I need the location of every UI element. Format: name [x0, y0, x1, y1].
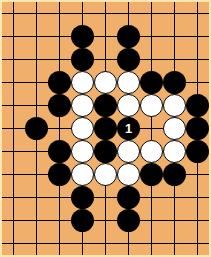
- board-intersection[interactable]: [48, 2, 71, 25]
- board-intersection[interactable]: [71, 25, 94, 48]
- board-intersection[interactable]: [71, 2, 94, 25]
- board-intersection[interactable]: [71, 48, 94, 71]
- white-stone: [117, 163, 140, 186]
- board-intersection[interactable]: [163, 48, 186, 71]
- board-intersection[interactable]: [48, 25, 71, 48]
- board-intersection[interactable]: [25, 94, 48, 117]
- board-intersection[interactable]: [163, 94, 186, 117]
- board-intersection[interactable]: [186, 48, 209, 71]
- board-intersection[interactable]: [2, 48, 25, 71]
- board-intersection[interactable]: [48, 71, 71, 94]
- black-stone: [71, 48, 94, 71]
- board-intersection[interactable]: [71, 209, 94, 232]
- board-intersection[interactable]: [25, 209, 48, 232]
- board-intersection[interactable]: [186, 25, 209, 48]
- board-intersection[interactable]: [186, 2, 209, 25]
- board-intersection[interactable]: [71, 232, 94, 255]
- board-intersection[interactable]: [25, 2, 48, 25]
- board-intersection[interactable]: [94, 232, 117, 255]
- board-intersection[interactable]: [94, 163, 117, 186]
- board-intersection[interactable]: [2, 25, 25, 48]
- white-stone: [140, 94, 163, 117]
- board-intersection[interactable]: [71, 71, 94, 94]
- board-intersection[interactable]: [48, 186, 71, 209]
- black-stone: [186, 94, 209, 117]
- board-intersection[interactable]: [2, 209, 25, 232]
- board-intersection[interactable]: [48, 232, 71, 255]
- white-stone: [117, 71, 140, 94]
- board-intersection[interactable]: [163, 71, 186, 94]
- board-intersection[interactable]: [163, 163, 186, 186]
- board-intersection[interactable]: [186, 232, 209, 255]
- board-intersection[interactable]: [2, 2, 25, 25]
- black-stone: [140, 71, 163, 94]
- board-intersection[interactable]: [71, 163, 94, 186]
- board-intersection[interactable]: [140, 232, 163, 255]
- board-intersection[interactable]: [2, 71, 25, 94]
- white-stone: [140, 140, 163, 163]
- marked-black-stone: 1: [117, 117, 140, 140]
- board-intersection[interactable]: [117, 2, 140, 25]
- board-intersection[interactable]: [163, 209, 186, 232]
- board-intersection[interactable]: [186, 186, 209, 209]
- black-stone: [94, 94, 117, 117]
- board-intersection[interactable]: [163, 25, 186, 48]
- white-stone: [94, 163, 117, 186]
- white-stone: [117, 140, 140, 163]
- board-intersection[interactable]: [2, 163, 25, 186]
- black-stone: [48, 140, 71, 163]
- black-stone: [117, 25, 140, 48]
- board-intersection[interactable]: [117, 232, 140, 255]
- board-intersection[interactable]: [2, 140, 25, 163]
- board-intersection[interactable]: [48, 94, 71, 117]
- board-intersection[interactable]: [94, 94, 117, 117]
- board-intersection[interactable]: [94, 186, 117, 209]
- board-intersection[interactable]: 1: [117, 117, 140, 140]
- black-stone: [117, 186, 140, 209]
- black-stone: [163, 163, 186, 186]
- board-intersection[interactable]: [71, 94, 94, 117]
- board-intersection[interactable]: [94, 140, 117, 163]
- board-intersection[interactable]: [25, 163, 48, 186]
- black-stone: [48, 71, 71, 94]
- board-intersection[interactable]: [94, 117, 117, 140]
- black-stone: [71, 186, 94, 209]
- go-board-frame: 1: [0, 0, 211, 257]
- board-intersection[interactable]: [25, 117, 48, 140]
- board-intersection[interactable]: [48, 209, 71, 232]
- go-board: 1: [2, 2, 209, 255]
- board-intersection[interactable]: [117, 163, 140, 186]
- board-intersection[interactable]: [94, 25, 117, 48]
- black-stone: [117, 48, 140, 71]
- black-stone: [163, 71, 186, 94]
- board-intersection[interactable]: [2, 186, 25, 209]
- board-intersection[interactable]: [2, 94, 25, 117]
- board-intersection[interactable]: [140, 94, 163, 117]
- board-intersection[interactable]: [48, 117, 71, 140]
- board-intersection[interactable]: [140, 209, 163, 232]
- move-number-label: 1: [125, 122, 132, 135]
- board-intersection[interactable]: [140, 163, 163, 186]
- black-stone: [71, 209, 94, 232]
- board-intersection[interactable]: [186, 140, 209, 163]
- board-intersection[interactable]: [117, 186, 140, 209]
- board-intersection[interactable]: [2, 232, 25, 255]
- board-intersection[interactable]: [94, 48, 117, 71]
- board-intersection[interactable]: [140, 117, 163, 140]
- board-intersection[interactable]: [186, 209, 209, 232]
- white-stone: [94, 71, 117, 94]
- black-stone: [186, 117, 209, 140]
- board-intersection[interactable]: [186, 94, 209, 117]
- board-intersection[interactable]: [117, 25, 140, 48]
- white-stone: [71, 163, 94, 186]
- black-stone: [48, 94, 71, 117]
- board-intersection[interactable]: [140, 2, 163, 25]
- board-intersection[interactable]: [94, 2, 117, 25]
- black-stone: [94, 117, 117, 140]
- board-intersection[interactable]: [25, 140, 48, 163]
- white-stone: [163, 117, 186, 140]
- white-stone: [117, 94, 140, 117]
- white-stone: [71, 117, 94, 140]
- board-intersection[interactable]: [117, 94, 140, 117]
- board-intersection[interactable]: [25, 48, 48, 71]
- board-intersection[interactable]: [163, 186, 186, 209]
- white-stone: [71, 94, 94, 117]
- board-intersection[interactable]: [71, 140, 94, 163]
- board-intersection[interactable]: [186, 117, 209, 140]
- board-intersection[interactable]: [140, 186, 163, 209]
- black-stone: [117, 209, 140, 232]
- board-intersection[interactable]: [140, 71, 163, 94]
- board-intersection[interactable]: [186, 71, 209, 94]
- black-stone: [48, 163, 71, 186]
- black-stone: [71, 25, 94, 48]
- board-intersection[interactable]: [140, 25, 163, 48]
- board-intersection[interactable]: [94, 71, 117, 94]
- board-intersection[interactable]: [163, 2, 186, 25]
- board-intersection[interactable]: [117, 71, 140, 94]
- black-stone: [140, 163, 163, 186]
- board-intersection[interactable]: [2, 117, 25, 140]
- board-intersection[interactable]: [25, 232, 48, 255]
- board-intersection[interactable]: [163, 140, 186, 163]
- white-stone: [71, 140, 94, 163]
- board-intersection[interactable]: [48, 163, 71, 186]
- board-intersection[interactable]: [25, 186, 48, 209]
- board-intersection[interactable]: [163, 117, 186, 140]
- board-intersection[interactable]: [71, 186, 94, 209]
- board-intersection[interactable]: [25, 71, 48, 94]
- board-intersection[interactable]: [71, 117, 94, 140]
- white-stone: [163, 94, 186, 117]
- board-intersection[interactable]: [186, 163, 209, 186]
- board-intersection[interactable]: [25, 25, 48, 48]
- board-intersection[interactable]: [48, 140, 71, 163]
- board-intersection[interactable]: [117, 140, 140, 163]
- board-intersection[interactable]: [140, 48, 163, 71]
- board-intersection[interactable]: [117, 48, 140, 71]
- board-intersection[interactable]: [94, 209, 117, 232]
- white-stone: [163, 140, 186, 163]
- black-stone: [186, 140, 209, 163]
- black-stone: [25, 117, 48, 140]
- black-stone: [94, 140, 117, 163]
- board-intersection[interactable]: [163, 232, 186, 255]
- board-intersection[interactable]: [48, 48, 71, 71]
- board-intersection[interactable]: [117, 209, 140, 232]
- white-stone: [71, 71, 94, 94]
- board-intersection[interactable]: [140, 140, 163, 163]
